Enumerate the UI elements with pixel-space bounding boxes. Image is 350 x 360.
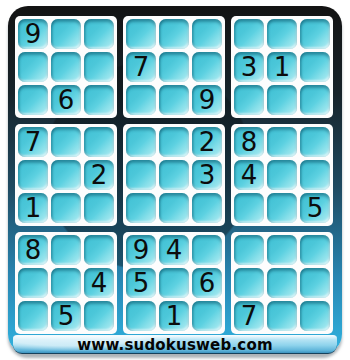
cell-r5c6[interactable]: 3 — [192, 160, 222, 190]
cell-r3c2[interactable]: 6 — [51, 85, 81, 115]
cell-r5c3[interactable]: 2 — [84, 160, 114, 190]
cell-r4c4[interactable] — [126, 127, 156, 157]
cell-r7c3[interactable] — [84, 235, 114, 265]
cell-r9c2[interactable]: 5 — [51, 301, 81, 331]
cell-r2c3[interactable] — [84, 52, 114, 82]
cell-r7c6[interactable] — [192, 235, 222, 265]
site-url-watermark: www.sudokusweb.com — [77, 336, 272, 354]
cell-r3c5[interactable] — [159, 85, 189, 115]
cell-r6c9[interactable]: 5 — [300, 193, 330, 223]
box-9: 7 — [231, 232, 333, 334]
cell-r8c4[interactable]: 5 — [126, 268, 156, 298]
cell-r7c7[interactable] — [234, 235, 264, 265]
cell-r1c8[interactable] — [267, 19, 297, 49]
cell-r9c9[interactable] — [300, 301, 330, 331]
cell-r9c3[interactable] — [84, 301, 114, 331]
cell-r4c5[interactable] — [159, 127, 189, 157]
cell-r3c4[interactable] — [126, 85, 156, 115]
box-1: 9 6 — [15, 16, 117, 118]
cell-r3c9[interactable] — [300, 85, 330, 115]
cell-r5c8[interactable] — [267, 160, 297, 190]
box-6: 8 4 5 — [231, 124, 333, 226]
cell-r2c9[interactable] — [300, 52, 330, 82]
cell-r5c5[interactable] — [159, 160, 189, 190]
cell-r4c6[interactable]: 2 — [192, 127, 222, 157]
cell-r5c1[interactable] — [18, 160, 48, 190]
cell-r6c6[interactable] — [192, 193, 222, 223]
cell-r1c6[interactable] — [192, 19, 222, 49]
cell-r9c6[interactable] — [192, 301, 222, 331]
cell-r4c2[interactable] — [51, 127, 81, 157]
cell-r2c8[interactable]: 1 — [267, 52, 297, 82]
cell-r5c9[interactable] — [300, 160, 330, 190]
sudoku-board: 9 6 7 9 3 1 — [15, 16, 333, 334]
cell-r7c2[interactable] — [51, 235, 81, 265]
cell-r7c9[interactable] — [300, 235, 330, 265]
footer-band: www.sudokusweb.com — [13, 335, 337, 354]
cell-r8c2[interactable] — [51, 268, 81, 298]
cell-r7c8[interactable] — [267, 235, 297, 265]
cell-r8c1[interactable] — [18, 268, 48, 298]
sudoku-screenshot: 9 6 7 9 3 1 — [0, 0, 350, 360]
cell-r4c9[interactable] — [300, 127, 330, 157]
cell-r1c9[interactable] — [300, 19, 330, 49]
box-8: 9 4 5 6 1 — [123, 232, 225, 334]
cell-r7c5[interactable]: 4 — [159, 235, 189, 265]
cell-r9c1[interactable] — [18, 301, 48, 331]
cell-r2c7[interactable]: 3 — [234, 52, 264, 82]
box-5: 2 3 — [123, 124, 225, 226]
cell-r3c6[interactable]: 9 — [192, 85, 222, 115]
cell-r3c3[interactable] — [84, 85, 114, 115]
cell-r4c7[interactable]: 8 — [234, 127, 264, 157]
cell-r2c5[interactable] — [159, 52, 189, 82]
cell-r6c4[interactable] — [126, 193, 156, 223]
cell-r3c8[interactable] — [267, 85, 297, 115]
cell-r5c4[interactable] — [126, 160, 156, 190]
cell-r5c2[interactable] — [51, 160, 81, 190]
cell-r6c8[interactable] — [267, 193, 297, 223]
cell-r8c6[interactable]: 6 — [192, 268, 222, 298]
cell-r8c3[interactable]: 4 — [84, 268, 114, 298]
cell-r4c8[interactable] — [267, 127, 297, 157]
cell-r2c2[interactable] — [51, 52, 81, 82]
cell-r9c8[interactable] — [267, 301, 297, 331]
cell-r6c7[interactable] — [234, 193, 264, 223]
cell-r9c7[interactable]: 7 — [234, 301, 264, 331]
cell-r8c8[interactable] — [267, 268, 297, 298]
cell-r1c5[interactable] — [159, 19, 189, 49]
cell-r3c1[interactable] — [18, 85, 48, 115]
cell-r2c4[interactable]: 7 — [126, 52, 156, 82]
cell-r2c6[interactable] — [192, 52, 222, 82]
cell-r7c1[interactable]: 8 — [18, 235, 48, 265]
cell-r4c1[interactable]: 7 — [18, 127, 48, 157]
cell-r8c7[interactable] — [234, 268, 264, 298]
cell-r6c5[interactable] — [159, 193, 189, 223]
cell-r6c1[interactable]: 1 — [18, 193, 48, 223]
box-2: 7 9 — [123, 16, 225, 118]
cell-r6c2[interactable] — [51, 193, 81, 223]
cell-r1c1[interactable]: 9 — [18, 19, 48, 49]
cell-r1c3[interactable] — [84, 19, 114, 49]
cell-r8c9[interactable] — [300, 268, 330, 298]
cell-r5c7[interactable]: 4 — [234, 160, 264, 190]
cell-r8c5[interactable] — [159, 268, 189, 298]
cell-r1c7[interactable] — [234, 19, 264, 49]
cell-r6c3[interactable] — [84, 193, 114, 223]
cell-r2c1[interactable] — [18, 52, 48, 82]
cell-r1c4[interactable] — [126, 19, 156, 49]
cell-r1c2[interactable] — [51, 19, 81, 49]
cell-r7c4[interactable]: 9 — [126, 235, 156, 265]
box-4: 7 2 1 — [15, 124, 117, 226]
cell-r9c5[interactable]: 1 — [159, 301, 189, 331]
cell-r3c7[interactable] — [234, 85, 264, 115]
box-3: 3 1 — [231, 16, 333, 118]
box-7: 8 4 5 — [15, 232, 117, 334]
cell-r9c4[interactable] — [126, 301, 156, 331]
cell-r4c3[interactable] — [84, 127, 114, 157]
